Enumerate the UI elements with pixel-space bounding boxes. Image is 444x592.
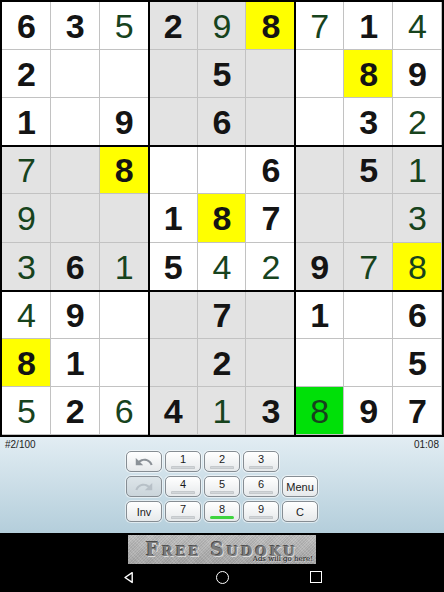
cell-r8c5[interactable]: 2 bbox=[198, 339, 247, 387]
given-digit: 4 bbox=[164, 394, 183, 428]
given-digit: 1 bbox=[17, 105, 36, 139]
cell-r9c4[interactable]: 4 bbox=[149, 387, 198, 435]
clear-button[interactable]: C bbox=[282, 501, 318, 522]
number-1-button[interactable]: 1 bbox=[165, 451, 201, 472]
cell-r2c1[interactable]: 2 bbox=[2, 50, 51, 98]
number-9-underline bbox=[249, 516, 273, 519]
cell-r2c3[interactable] bbox=[100, 50, 149, 98]
footer: Free Sudoku Ads will go here! bbox=[0, 533, 444, 592]
puzzle-counter: #2/100 bbox=[5, 439, 36, 450]
ad-banner-subtitle: Ads will go here! bbox=[253, 555, 313, 563]
user-digit: 4 bbox=[17, 298, 36, 332]
undo-button[interactable] bbox=[126, 451, 162, 472]
cell-r9c8[interactable]: 9 bbox=[344, 387, 393, 435]
cell-r6c4[interactable]: 5 bbox=[149, 243, 198, 291]
cell-r7c1[interactable]: 4 bbox=[2, 291, 51, 339]
cell-r7c4[interactable] bbox=[149, 291, 198, 339]
user-digit: 4 bbox=[408, 9, 427, 43]
cell-r4c4[interactable] bbox=[149, 146, 198, 194]
given-digit: 6 bbox=[261, 153, 280, 187]
cell-r1c9[interactable]: 4 bbox=[393, 2, 442, 50]
given-digit: 8 bbox=[115, 153, 134, 187]
number-4-button[interactable]: 4 bbox=[165, 476, 201, 497]
cell-r5c9[interactable]: 3 bbox=[393, 194, 442, 242]
user-digit: 8 bbox=[310, 394, 329, 428]
user-digit: 3 bbox=[408, 201, 427, 235]
user-digit: 1 bbox=[115, 250, 134, 284]
cell-r5c2[interactable] bbox=[51, 194, 100, 242]
user-digit: 3 bbox=[17, 250, 36, 284]
inv-button[interactable]: Inv bbox=[126, 501, 162, 522]
cell-r9c7[interactable]: 8 bbox=[295, 387, 344, 435]
user-digit: 6 bbox=[115, 394, 134, 428]
given-digit: 7 bbox=[408, 394, 427, 428]
cell-r6c2[interactable]: 6 bbox=[51, 243, 100, 291]
cell-r1c6[interactable]: 8 bbox=[246, 2, 295, 50]
cell-r6c1[interactable]: 3 bbox=[2, 243, 51, 291]
number-6-underline bbox=[249, 491, 273, 494]
given-digit: 6 bbox=[66, 250, 85, 284]
given-digit: 8 bbox=[213, 201, 232, 235]
given-digit: 9 bbox=[408, 57, 427, 91]
user-digit: 1 bbox=[213, 394, 232, 428]
cell-r9c6[interactable]: 3 bbox=[246, 387, 295, 435]
given-digit: 9 bbox=[66, 298, 85, 332]
control-panel: #2/100 01:08 1 2 3 4 5 6 Menu Inv 7 bbox=[0, 437, 444, 533]
cell-r5c6[interactable]: 7 bbox=[246, 194, 295, 242]
cell-r5c1[interactable]: 9 bbox=[2, 194, 51, 242]
given-digit: 5 bbox=[164, 250, 183, 284]
cell-r3c3[interactable]: 9 bbox=[100, 98, 149, 146]
user-digit: 9 bbox=[213, 9, 232, 43]
user-digit: 1 bbox=[408, 153, 427, 187]
cell-r7c8[interactable] bbox=[344, 291, 393, 339]
number-5-button[interactable]: 5 bbox=[204, 476, 240, 497]
back-icon[interactable] bbox=[122, 571, 135, 584]
cell-r1c3[interactable]: 5 bbox=[100, 2, 149, 50]
given-digit: 3 bbox=[261, 394, 280, 428]
number-8-button[interactable]: 8 bbox=[204, 501, 240, 522]
number-3-button[interactable]: 3 bbox=[243, 451, 279, 472]
number-9-button[interactable]: 9 bbox=[243, 501, 279, 522]
given-digit: 9 bbox=[359, 394, 378, 428]
user-digit: 8 bbox=[408, 250, 427, 284]
undo-icon bbox=[134, 455, 154, 469]
number-4-underline bbox=[171, 491, 195, 494]
given-digit: 5 bbox=[213, 57, 232, 91]
cell-r4c3[interactable]: 8 bbox=[100, 146, 149, 194]
given-digit: 5 bbox=[359, 153, 378, 187]
number-1-underline bbox=[171, 466, 195, 469]
cell-r6c6[interactable]: 2 bbox=[246, 243, 295, 291]
given-digit: 7 bbox=[213, 298, 232, 332]
user-digit: 5 bbox=[115, 9, 134, 43]
given-digit: 2 bbox=[213, 346, 232, 380]
timer: 01:08 bbox=[414, 439, 439, 450]
given-digit: 8 bbox=[261, 9, 280, 43]
given-digit: 1 bbox=[359, 9, 378, 43]
cell-r3c7[interactable] bbox=[295, 98, 344, 146]
redo-button[interactable] bbox=[126, 476, 162, 497]
cell-r7c9[interactable]: 6 bbox=[393, 291, 442, 339]
ad-banner[interactable]: Free Sudoku Ads will go here! bbox=[128, 535, 316, 564]
cell-r5c3[interactable] bbox=[100, 194, 149, 242]
given-digit: 9 bbox=[115, 105, 134, 139]
number-8-underline bbox=[210, 516, 234, 519]
number-2-button[interactable]: 2 bbox=[204, 451, 240, 472]
user-digit: 2 bbox=[408, 105, 427, 139]
number-5-underline bbox=[210, 491, 234, 494]
cell-r3c9[interactable]: 2 bbox=[393, 98, 442, 146]
number-3-underline bbox=[249, 466, 273, 469]
cell-r3c2[interactable] bbox=[51, 98, 100, 146]
given-digit: 5 bbox=[408, 346, 427, 380]
given-digit: 1 bbox=[310, 298, 329, 332]
user-digit: 7 bbox=[310, 9, 329, 43]
cell-r3c8[interactable]: 3 bbox=[344, 98, 393, 146]
given-digit: 2 bbox=[66, 394, 85, 428]
user-digit: 5 bbox=[17, 394, 36, 428]
cell-r2c9[interactable]: 9 bbox=[393, 50, 442, 98]
number-7-underline bbox=[171, 516, 195, 519]
user-digit: 4 bbox=[213, 250, 232, 284]
number-7-button[interactable]: 7 bbox=[165, 501, 201, 522]
cell-r8c4[interactable] bbox=[149, 339, 198, 387]
cell-r1c4[interactable]: 2 bbox=[149, 2, 198, 50]
given-digit: 7 bbox=[261, 201, 280, 235]
cell-r8c2[interactable]: 1 bbox=[51, 339, 100, 387]
given-digit: 6 bbox=[17, 9, 36, 43]
cell-r9c9[interactable]: 7 bbox=[393, 387, 442, 435]
cell-r6c8[interactable]: 7 bbox=[344, 243, 393, 291]
cell-r8c3[interactable] bbox=[100, 339, 149, 387]
given-digit: 8 bbox=[359, 57, 378, 91]
menu-button[interactable]: Menu bbox=[282, 476, 318, 497]
cell-r1c7[interactable]: 7 bbox=[295, 2, 344, 50]
cell-r6c5[interactable]: 4 bbox=[198, 243, 247, 291]
given-digit: 8 bbox=[17, 346, 36, 380]
cell-r6c9[interactable]: 8 bbox=[393, 243, 442, 291]
cell-r3c1[interactable]: 1 bbox=[2, 98, 51, 146]
cell-r2c5[interactable]: 5 bbox=[198, 50, 247, 98]
given-digit: 6 bbox=[408, 298, 427, 332]
cell-r7c3[interactable] bbox=[100, 291, 149, 339]
cell-r5c8[interactable] bbox=[344, 194, 393, 242]
given-digit: 1 bbox=[66, 346, 85, 380]
cell-r1c5[interactable]: 9 bbox=[198, 2, 247, 50]
cell-r6c3[interactable]: 1 bbox=[100, 243, 149, 291]
cell-r4c2[interactable] bbox=[51, 146, 100, 194]
cell-r8c1[interactable]: 8 bbox=[2, 339, 51, 387]
cell-r4c9[interactable]: 1 bbox=[393, 146, 442, 194]
recents-icon[interactable] bbox=[310, 571, 322, 583]
sudoku-board[interactable]: 6352987142589196327865191873361542978497… bbox=[0, 0, 444, 437]
cell-r5c4[interactable]: 1 bbox=[149, 194, 198, 242]
cell-r4c6[interactable]: 6 bbox=[246, 146, 295, 194]
cell-r4c8[interactable]: 5 bbox=[344, 146, 393, 194]
given-digit: 3 bbox=[359, 105, 378, 139]
redo-icon bbox=[134, 480, 154, 494]
cell-r2c2[interactable] bbox=[51, 50, 100, 98]
cell-r1c2[interactable]: 3 bbox=[51, 2, 100, 50]
number-6-button[interactable]: 6 bbox=[243, 476, 279, 497]
cell-r5c5[interactable]: 8 bbox=[198, 194, 247, 242]
given-digit: 3 bbox=[66, 9, 85, 43]
given-digit: 9 bbox=[310, 250, 329, 284]
user-digit: 7 bbox=[359, 250, 378, 284]
cell-r3c4[interactable] bbox=[149, 98, 198, 146]
home-icon[interactable] bbox=[216, 571, 229, 584]
given-digit: 1 bbox=[164, 201, 183, 235]
cell-r9c1[interactable]: 5 bbox=[2, 387, 51, 435]
cell-r9c3[interactable]: 6 bbox=[100, 387, 149, 435]
cell-r9c2[interactable]: 2 bbox=[51, 387, 100, 435]
cell-r4c1[interactable]: 7 bbox=[2, 146, 51, 194]
cell-r9c5[interactable]: 1 bbox=[198, 387, 247, 435]
cell-r7c7[interactable]: 1 bbox=[295, 291, 344, 339]
cell-r6c7[interactable]: 9 bbox=[295, 243, 344, 291]
cell-r7c6[interactable] bbox=[246, 291, 295, 339]
input-toolbar: 1 2 3 4 5 6 Menu Inv 7 8 9 C bbox=[126, 451, 318, 522]
user-digit: 7 bbox=[17, 153, 36, 187]
app-screen: 6352987142589196327865191873361542978497… bbox=[0, 0, 444, 592]
cell-r3c5[interactable]: 6 bbox=[198, 98, 247, 146]
cell-r7c5[interactable]: 7 bbox=[198, 291, 247, 339]
cell-r4c7[interactable] bbox=[295, 146, 344, 194]
android-nav-bar bbox=[0, 570, 444, 584]
cell-r5c7[interactable] bbox=[295, 194, 344, 242]
cell-r2c4[interactable] bbox=[149, 50, 198, 98]
user-digit: 2 bbox=[261, 250, 280, 284]
cell-r8c6[interactable] bbox=[246, 339, 295, 387]
cell-r1c1[interactable]: 6 bbox=[2, 2, 51, 50]
cell-r8c8[interactable] bbox=[344, 339, 393, 387]
cell-r2c7[interactable] bbox=[295, 50, 344, 98]
cell-r8c9[interactable]: 5 bbox=[393, 339, 442, 387]
cell-r2c8[interactable]: 8 bbox=[344, 50, 393, 98]
cell-r3c6[interactable] bbox=[246, 98, 295, 146]
status-bar: #2/100 01:08 bbox=[0, 437, 444, 450]
number-2-underline bbox=[210, 466, 234, 469]
cell-r1c8[interactable]: 1 bbox=[344, 2, 393, 50]
toolbar-spacer bbox=[282, 451, 318, 472]
cell-r2c6[interactable] bbox=[246, 50, 295, 98]
given-digit: 2 bbox=[164, 9, 183, 43]
cell-r8c7[interactable] bbox=[295, 339, 344, 387]
cell-r4c5[interactable] bbox=[198, 146, 247, 194]
user-digit: 9 bbox=[17, 201, 36, 235]
given-digit: 2 bbox=[17, 57, 36, 91]
cell-r7c2[interactable]: 9 bbox=[51, 291, 100, 339]
given-digit: 6 bbox=[213, 105, 232, 139]
